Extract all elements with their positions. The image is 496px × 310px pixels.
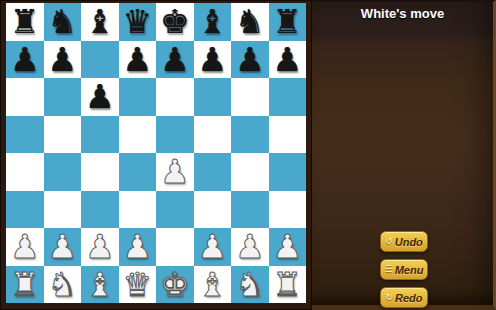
square-e7[interactable]: ♟ bbox=[156, 41, 194, 79]
square-b6[interactable] bbox=[44, 78, 82, 116]
piece-white-pawn: ♟ bbox=[10, 228, 40, 265]
square-h4[interactable] bbox=[269, 153, 307, 191]
piece-white-pawn: ♟ bbox=[122, 228, 152, 265]
piece-black-bishop: ♝ bbox=[85, 3, 115, 40]
piece-black-knight: ♞ bbox=[235, 3, 265, 40]
piece-white-knight: ♞ bbox=[47, 266, 77, 303]
redo-button[interactable]: ↻ Redo bbox=[380, 287, 428, 308]
square-f4[interactable] bbox=[194, 153, 232, 191]
square-c4[interactable] bbox=[81, 153, 119, 191]
piece-black-rook: ♜ bbox=[10, 3, 40, 40]
board-frame: ♜♞♝♛♚♝♞♜♟♟♟♟♟♟♟♟♟♟♟♟♟♟♟♟♜♞♝♛♚♝♞♜ bbox=[0, 0, 312, 310]
square-f3[interactable] bbox=[194, 191, 232, 229]
square-a6[interactable] bbox=[6, 78, 44, 116]
piece-black-pawn: ♟ bbox=[197, 41, 227, 78]
square-e3[interactable] bbox=[156, 191, 194, 229]
square-c5[interactable] bbox=[81, 116, 119, 154]
status-text: White's move bbox=[312, 6, 493, 21]
piece-black-pawn: ♟ bbox=[160, 41, 190, 78]
square-h7[interactable]: ♟ bbox=[269, 41, 307, 79]
square-d4[interactable] bbox=[119, 153, 157, 191]
piece-white-rook: ♜ bbox=[272, 266, 302, 303]
square-b4[interactable] bbox=[44, 153, 82, 191]
chess-board: ♜♞♝♛♚♝♞♜♟♟♟♟♟♟♟♟♟♟♟♟♟♟♟♟♜♞♝♛♚♝♞♜ bbox=[6, 3, 306, 303]
square-c8[interactable]: ♝ bbox=[81, 3, 119, 41]
square-g1[interactable]: ♞ bbox=[231, 266, 269, 304]
square-f1[interactable]: ♝ bbox=[194, 266, 232, 304]
redo-button-label: Redo bbox=[395, 292, 423, 304]
square-h5[interactable] bbox=[269, 116, 307, 154]
square-f5[interactable] bbox=[194, 116, 232, 154]
square-b7[interactable]: ♟ bbox=[44, 41, 82, 79]
piece-black-rook: ♜ bbox=[272, 3, 302, 40]
square-b8[interactable]: ♞ bbox=[44, 3, 82, 41]
square-g4[interactable] bbox=[231, 153, 269, 191]
piece-black-pawn: ♟ bbox=[235, 41, 265, 78]
square-c6[interactable]: ♟ bbox=[81, 78, 119, 116]
piece-black-king: ♚ bbox=[160, 3, 190, 40]
square-d8[interactable]: ♛ bbox=[119, 3, 157, 41]
square-e6[interactable] bbox=[156, 78, 194, 116]
square-d7[interactable]: ♟ bbox=[119, 41, 157, 79]
square-a2[interactable]: ♟ bbox=[6, 228, 44, 266]
undo-button-label: Undo bbox=[395, 236, 423, 248]
square-c3[interactable] bbox=[81, 191, 119, 229]
square-h8[interactable]: ♜ bbox=[269, 3, 307, 41]
piece-white-pawn: ♟ bbox=[272, 228, 302, 265]
square-g7[interactable]: ♟ bbox=[231, 41, 269, 79]
square-a4[interactable] bbox=[6, 153, 44, 191]
square-a1[interactable]: ♜ bbox=[6, 266, 44, 304]
square-h6[interactable] bbox=[269, 78, 307, 116]
piece-white-rook: ♜ bbox=[10, 266, 40, 303]
button-column: ↺ Undo ☰ Menu ↻ Redo bbox=[380, 231, 428, 308]
menu-button-label: Menu bbox=[395, 264, 424, 276]
piece-white-bishop: ♝ bbox=[85, 266, 115, 303]
square-e5[interactable] bbox=[156, 116, 194, 154]
square-a5[interactable] bbox=[6, 116, 44, 154]
square-d3[interactable] bbox=[119, 191, 157, 229]
square-f8[interactable]: ♝ bbox=[194, 3, 232, 41]
menu-list-icon: ☰ bbox=[385, 265, 393, 274]
piece-white-king: ♚ bbox=[160, 266, 190, 303]
square-b1[interactable]: ♞ bbox=[44, 266, 82, 304]
square-g5[interactable] bbox=[231, 116, 269, 154]
square-b5[interactable] bbox=[44, 116, 82, 154]
square-g6[interactable] bbox=[231, 78, 269, 116]
piece-white-pawn: ♟ bbox=[197, 228, 227, 265]
redo-arrow-icon: ↻ bbox=[385, 293, 393, 302]
square-h2[interactable]: ♟ bbox=[269, 228, 307, 266]
piece-black-knight: ♞ bbox=[47, 3, 77, 40]
square-e4[interactable]: ♟ bbox=[156, 153, 194, 191]
square-h1[interactable]: ♜ bbox=[269, 266, 307, 304]
square-c7[interactable] bbox=[81, 41, 119, 79]
piece-black-pawn: ♟ bbox=[47, 41, 77, 78]
piece-black-pawn: ♟ bbox=[10, 41, 40, 78]
side-panel: White's move ↺ Undo ☰ Menu ↻ Redo bbox=[312, 0, 496, 310]
piece-white-pawn: ♟ bbox=[235, 228, 265, 265]
square-a8[interactable]: ♜ bbox=[6, 3, 44, 41]
menu-button[interactable]: ☰ Menu bbox=[380, 259, 428, 280]
piece-black-bishop: ♝ bbox=[197, 3, 227, 40]
square-e8[interactable]: ♚ bbox=[156, 3, 194, 41]
square-g2[interactable]: ♟ bbox=[231, 228, 269, 266]
piece-white-pawn: ♟ bbox=[85, 228, 115, 265]
piece-white-pawn: ♟ bbox=[160, 153, 190, 190]
square-a3[interactable] bbox=[6, 191, 44, 229]
square-e1[interactable]: ♚ bbox=[156, 266, 194, 304]
square-e2[interactable] bbox=[156, 228, 194, 266]
square-d5[interactable] bbox=[119, 116, 157, 154]
square-c2[interactable]: ♟ bbox=[81, 228, 119, 266]
square-d6[interactable] bbox=[119, 78, 157, 116]
piece-black-pawn: ♟ bbox=[122, 41, 152, 78]
square-d1[interactable]: ♛ bbox=[119, 266, 157, 304]
piece-white-pawn: ♟ bbox=[47, 228, 77, 265]
square-g3[interactable] bbox=[231, 191, 269, 229]
square-f2[interactable]: ♟ bbox=[194, 228, 232, 266]
piece-black-pawn: ♟ bbox=[272, 41, 302, 78]
square-d2[interactable]: ♟ bbox=[119, 228, 157, 266]
square-g8[interactable]: ♞ bbox=[231, 3, 269, 41]
square-b3[interactable] bbox=[44, 191, 82, 229]
square-a7[interactable]: ♟ bbox=[6, 41, 44, 79]
piece-white-bishop: ♝ bbox=[197, 266, 227, 303]
undo-arrow-icon: ↺ bbox=[385, 237, 393, 246]
undo-button[interactable]: ↺ Undo bbox=[380, 231, 428, 252]
square-f7[interactable]: ♟ bbox=[194, 41, 232, 79]
piece-white-knight: ♞ bbox=[235, 266, 265, 303]
square-c1[interactable]: ♝ bbox=[81, 266, 119, 304]
square-f6[interactable] bbox=[194, 78, 232, 116]
piece-black-queen: ♛ bbox=[122, 3, 152, 40]
piece-white-queen: ♛ bbox=[122, 266, 152, 303]
piece-black-pawn: ♟ bbox=[85, 78, 115, 115]
square-h3[interactable] bbox=[269, 191, 307, 229]
square-b2[interactable]: ♟ bbox=[44, 228, 82, 266]
